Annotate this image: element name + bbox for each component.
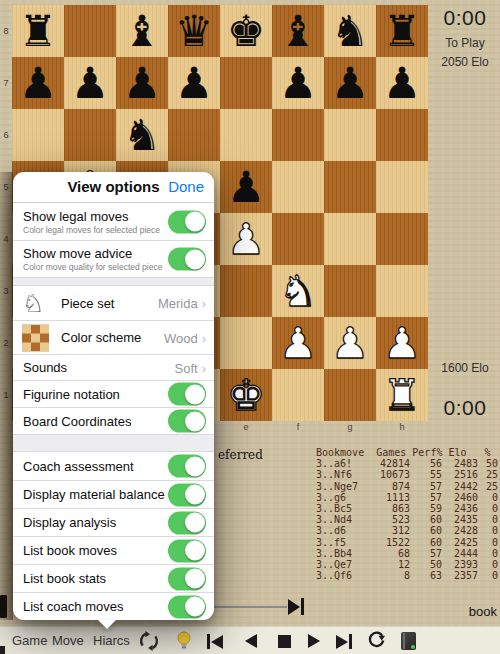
book-move-row-3g6[interactable]: 3..g611135724600 (316, 492, 498, 503)
pct: 0 (478, 514, 498, 525)
move: 3..f5 (316, 537, 368, 548)
pct: 25 (478, 469, 498, 480)
perf: 60 (410, 525, 442, 536)
elo: 2442 (442, 481, 478, 492)
popup-header: View options Done (13, 172, 214, 202)
square-h3[interactable] (376, 265, 428, 317)
elo: 2357 (442, 570, 478, 581)
piece-black-pawn[interactable]: ♟ (123, 62, 162, 105)
piece-black-knight[interactable]: ♞ (123, 114, 162, 157)
color-scheme-value: Wood› (164, 330, 206, 345)
piece-white-knight[interactable]: ♞ (279, 270, 318, 313)
pct: 0 (478, 525, 498, 536)
square-b6[interactable] (64, 109, 116, 161)
elo: 2425 (442, 537, 478, 548)
chevron-right-icon: › (202, 360, 206, 375)
popup-tail-pointer (98, 620, 116, 629)
square-c6[interactable]: ♞ (116, 109, 168, 161)
square-e3[interactable] (220, 265, 272, 317)
square-f3[interactable]: ♞ (272, 265, 324, 317)
row-show-legal-moves[interactable]: Show legal moves Color legal moves for s… (13, 203, 214, 240)
book-move-row-3Nge7[interactable]: 3..Nge787457244225 (316, 481, 498, 492)
figurine-notation-toggle[interactable] (168, 383, 206, 406)
piece-white-pawn[interactable]: ♟ (331, 322, 370, 365)
popup-section-2: ♘ Piece set Merida› Color scheme Wood› S… (13, 286, 214, 434)
square-e7[interactable] (220, 57, 272, 109)
file-label-h: h (376, 421, 428, 433)
piece-black-knight[interactable]: ♞ (331, 10, 370, 53)
hint-lightbulb-icon[interactable] (177, 631, 191, 651)
pct: 50 (478, 458, 498, 469)
piece-black-bishop[interactable]: ♝ (279, 10, 318, 53)
piece-black-king[interactable]: ♚ (227, 10, 266, 53)
square-a6[interactable] (12, 109, 64, 161)
games: 42814 (368, 458, 410, 469)
opening-book-icon[interactable] (401, 632, 416, 650)
hiarcs-menu-button[interactable]: Hiarcs (93, 627, 130, 654)
row-sounds[interactable]: Sounds Soft› (13, 354, 214, 380)
switch-sides-icon[interactable] (138, 630, 160, 652)
file-label-g: g (324, 421, 376, 433)
move: 3..Bb4 (316, 548, 368, 559)
display-material-balance-toggle[interactable] (168, 483, 206, 506)
move: 3..Nf6 (316, 469, 368, 480)
show-legal-moves-toggle[interactable] (168, 210, 206, 233)
square-f7[interactable]: ♟ (272, 57, 324, 109)
games: 10673 (368, 469, 410, 480)
piece-black-pawn[interactable]: ♟ (331, 62, 370, 105)
games: 523 (368, 514, 410, 525)
elo: 2435 (442, 514, 478, 525)
rank-label-7: 7 (0, 57, 12, 109)
piece-white-pawn[interactable]: ♟ (227, 218, 266, 261)
square-c7[interactable]: ♟ (116, 57, 168, 109)
square-e8[interactable]: ♚ (220, 5, 272, 57)
piece-black-rook[interactable]: ♜ (383, 10, 422, 53)
piece-white-king[interactable]: ♚ (227, 374, 266, 417)
skip-to-end-marker-icon[interactable] (288, 598, 304, 615)
elo: 2444 (442, 548, 478, 559)
clipped-mark (0, 646, 5, 654)
square-h6[interactable] (376, 109, 428, 161)
square-h8[interactable]: ♜ (376, 5, 428, 57)
perf: 63 (410, 570, 442, 581)
games: 12 (368, 559, 410, 570)
square-a7[interactable]: ♟ (12, 57, 64, 109)
knight-outline-icon: ♘ (22, 290, 44, 317)
games: 312 (368, 525, 410, 536)
piece-black-pawn[interactable]: ♟ (175, 62, 214, 105)
pct: 0 (478, 503, 498, 514)
square-b8[interactable] (64, 5, 116, 57)
row-figurine-notation[interactable]: Figurine notation (13, 380, 214, 407)
pct: 0 (478, 559, 498, 570)
square-f5[interactable] (272, 161, 324, 213)
games: 8 (368, 570, 410, 581)
games: 1522 (368, 537, 410, 548)
square-d8[interactable]: ♛ (168, 5, 220, 57)
pct: 25 (478, 481, 498, 492)
file-label-e: e (220, 421, 272, 433)
book-move-row-3Bc5[interactable]: 3..Bc58635924360 (316, 503, 498, 514)
perf: 55 (410, 469, 442, 480)
display-analysis-toggle[interactable] (168, 511, 206, 534)
games: 863 (368, 503, 410, 514)
square-f1[interactable] (272, 369, 324, 421)
section-gap (13, 277, 214, 286)
row-display-material-balance[interactable]: Display material balance (13, 480, 214, 508)
row-color-scheme[interactable]: Color scheme Wood› (13, 320, 214, 354)
square-e1[interactable]: ♚ (220, 369, 272, 421)
square-f4[interactable] (272, 213, 324, 265)
square-h1[interactable]: ♜ (376, 369, 428, 421)
piece-black-pawn[interactable]: ♟ (279, 62, 318, 105)
row-piece-set[interactable]: ♘ Piece set Merida› (13, 286, 214, 320)
perf: 50 (410, 559, 442, 570)
sounds-value: Soft› (175, 360, 206, 375)
pct: 0 (478, 548, 498, 559)
row-display-analysis[interactable]: Display analysis (13, 508, 214, 536)
square-e5[interactable]: ♟ (220, 161, 272, 213)
pct: 0 (478, 570, 498, 581)
move-menu-button[interactable]: Move (52, 627, 84, 654)
elo: 2460 (442, 492, 478, 503)
elo: 2483 (442, 458, 478, 469)
move: 3..Qf6 (316, 570, 368, 581)
chevron-right-icon: › (202, 296, 206, 311)
section-gap (13, 434, 214, 452)
row-coach-assessment[interactable]: Coach assessment (13, 452, 214, 480)
list-book-stats-toggle[interactable] (168, 567, 206, 590)
square-e6[interactable] (220, 109, 272, 161)
elo: 2516 (442, 469, 478, 480)
move: 3..d6 (316, 525, 368, 536)
piece-black-pawn[interactable]: ♟ (19, 62, 58, 105)
square-g5[interactable] (324, 161, 376, 213)
square-f6[interactable] (272, 109, 324, 161)
coach-assessment-toggle[interactable] (168, 455, 206, 478)
piece-black-pawn[interactable]: ♟ (71, 62, 110, 105)
square-e2[interactable] (220, 317, 272, 369)
refresh-icon[interactable] (367, 631, 386, 650)
rank-label-6: 6 (0, 109, 12, 161)
perf: 57 (410, 548, 442, 559)
step-back-icon[interactable] (245, 634, 257, 648)
square-h2[interactable]: ♟ (376, 317, 428, 369)
square-g7[interactable]: ♟ (324, 57, 376, 109)
list-book-moves-toggle[interactable] (168, 539, 206, 562)
board-colors-icon (22, 324, 49, 351)
popup-section-3: Coach assessment Display material balanc… (13, 452, 214, 620)
list-coach-moves-toggle[interactable] (168, 595, 206, 618)
move: 3..Qe7 (316, 559, 368, 570)
book-move-row-3Qe7[interactable]: 3..Qe7125023930 (316, 559, 498, 570)
done-button[interactable]: Done (168, 172, 204, 202)
move: 3..a6! (316, 458, 368, 469)
square-g8[interactable]: ♞ (324, 5, 376, 57)
games: 1113 (368, 492, 410, 503)
square-h5[interactable] (376, 161, 428, 213)
square-g4[interactable] (324, 213, 376, 265)
row-show-move-advice[interactable]: Show move advice Color move quality for … (13, 240, 214, 277)
game-menu-button[interactable]: Game (12, 627, 47, 654)
to-play-label: To Play (430, 36, 500, 50)
square-g6[interactable] (324, 109, 376, 161)
move: 3..Nd4 (316, 514, 368, 525)
row-list-book-stats[interactable]: List book stats (13, 564, 214, 592)
piece-black-pawn[interactable]: ♟ (383, 62, 422, 105)
square-f8[interactable]: ♝ (272, 5, 324, 57)
file-label-f: f (272, 421, 324, 433)
skip-to-end-icon[interactable] (336, 634, 352, 649)
book-move-row-3a6[interactable]: 3..a6!4281456248350 (316, 458, 498, 469)
chevron-right-icon: › (202, 330, 206, 345)
book-move-row-3d6[interactable]: 3..d63126024280 (316, 525, 498, 536)
book-table-header: Bookmove Games Perf% Elo % (316, 447, 498, 458)
row-list-coach-moves[interactable]: List coach moves (13, 592, 214, 620)
perf: 59 (410, 503, 442, 514)
piece-black-rook[interactable]: ♜ (19, 10, 58, 53)
popup-section-1: Show legal moves Color legal moves for s… (13, 203, 214, 277)
show-move-advice-toggle[interactable] (168, 248, 206, 271)
games: 874 (368, 481, 410, 492)
square-a8[interactable]: ♜ (12, 5, 64, 57)
pct: 0 (478, 492, 498, 503)
square-g3[interactable] (324, 265, 376, 317)
hiarcs-chess-app: ♜♝♛♚♝♞♜♟♟♟♟♟♟♟♞♝♟♟♞♟♟♟♟♟♟♟♜♞♝♛♚♜ 8765432… (0, 0, 500, 654)
square-h4[interactable] (376, 213, 428, 265)
white-elo-label: 1600 Elo (430, 361, 500, 375)
step-forward-icon[interactable] (308, 634, 320, 648)
coach-text-fragment: eferred (218, 448, 263, 462)
perf: 57 (410, 481, 442, 492)
rank-label-8: 8 (0, 5, 12, 57)
book-move-row-3Nf6[interactable]: 3..Nf61067355251625 (316, 469, 498, 480)
square-f2[interactable]: ♟ (272, 317, 324, 369)
row-list-book-moves[interactable]: List book moves (13, 536, 214, 564)
move: 3..g6 (316, 492, 368, 503)
piece-set-value: Merida› (158, 296, 206, 311)
perf: 56 (410, 458, 442, 469)
games: 68 (368, 548, 410, 559)
book-move-row-3Bb4[interactable]: 3..Bb4685724440 (316, 548, 498, 559)
square-g2[interactable]: ♟ (324, 317, 376, 369)
skip-to-start-icon[interactable] (207, 634, 223, 649)
pct: 0 (478, 537, 498, 548)
square-h7[interactable]: ♟ (376, 57, 428, 109)
piece-white-pawn[interactable]: ♟ (383, 322, 422, 365)
square-c8[interactable]: ♝ (116, 5, 168, 57)
square-b7[interactable]: ♟ (64, 57, 116, 109)
elo: 2428 (442, 525, 478, 536)
perf: 60 (410, 514, 442, 525)
elo: 2436 (442, 503, 478, 514)
row-board-coordinates[interactable]: Board Coordinates (13, 407, 214, 434)
popup-shadow (0, 172, 13, 620)
book-mode-label: book (469, 604, 497, 619)
book-moves-table: Bookmove Games Perf% Elo % 3..a6!4281456… (316, 447, 498, 581)
stop-icon[interactable] (278, 635, 291, 648)
board-coordinates-toggle[interactable] (168, 410, 206, 433)
perf: 60 (410, 537, 442, 548)
white-clock: 0:00 (430, 396, 500, 420)
piece-white-rook[interactable]: ♜ (383, 374, 422, 417)
square-d7[interactable]: ♟ (168, 57, 220, 109)
move: 3..Bc5 (316, 503, 368, 514)
book-move-row-3f5[interactable]: 3..f515226024250 (316, 537, 498, 548)
piece-white-pawn[interactable]: ♟ (279, 322, 318, 365)
bottom-toolbar: Game Move Hiarcs (0, 626, 500, 654)
piece-black-queen[interactable]: ♛ (175, 10, 214, 53)
book-move-row-3Qf6[interactable]: 3..Qf686323570 (316, 570, 498, 581)
square-d6[interactable] (168, 109, 220, 161)
black-elo-label: 2050 Elo (430, 55, 500, 69)
square-e4[interactable]: ♟ (220, 213, 272, 265)
move: 3..Nge7 (316, 481, 368, 492)
elo: 2393 (442, 559, 478, 570)
black-clock: 0:00 (430, 6, 500, 30)
piece-black-bishop[interactable]: ♝ (123, 10, 162, 53)
view-options-popup: View options Done Show legal moves Color… (13, 172, 214, 620)
square-g1[interactable] (324, 369, 376, 421)
piece-black-pawn[interactable]: ♟ (227, 166, 266, 209)
book-move-row-3Nd4[interactable]: 3..Nd45236024350 (316, 514, 498, 525)
perf: 57 (410, 492, 442, 503)
